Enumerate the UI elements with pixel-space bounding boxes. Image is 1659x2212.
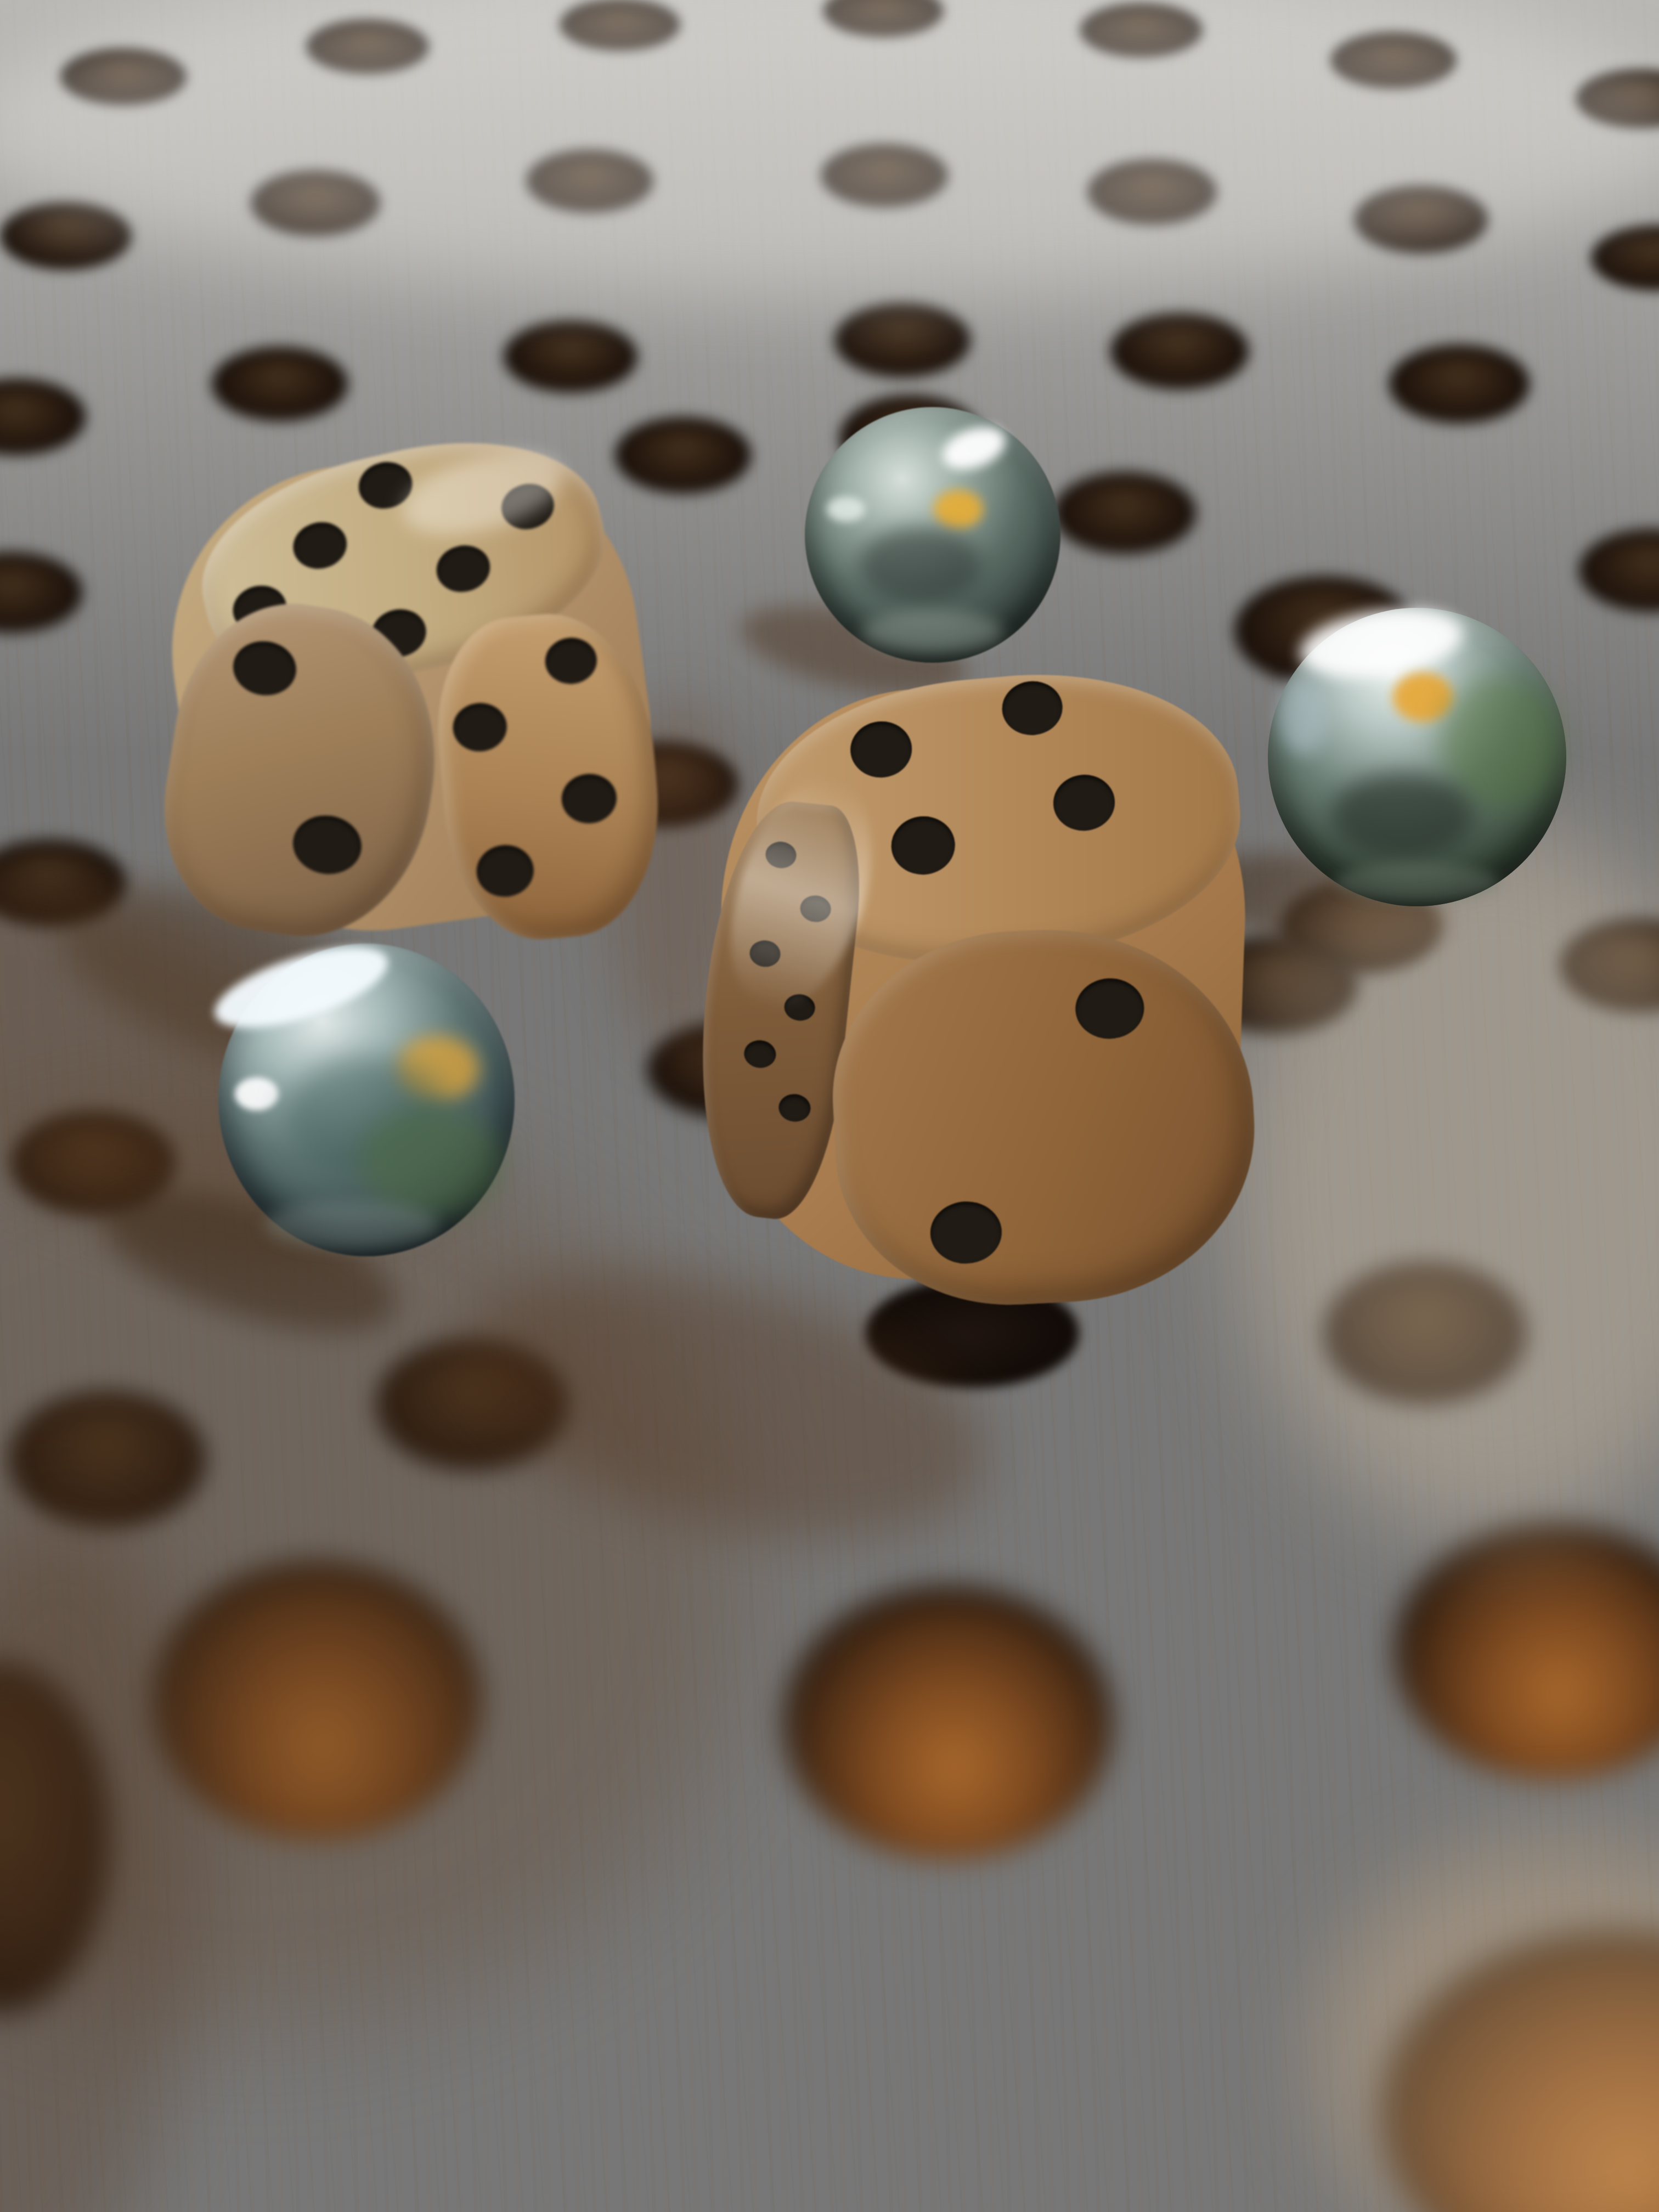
left-die-top-face-6-pip-2 [289,517,351,574]
left-die-left-face-2-pip-2 [289,811,366,879]
right-die-top-face-4-pip-1 [848,719,914,780]
board-hole-19[interactable] [1389,345,1530,424]
board-hole-24[interactable] [1053,472,1196,554]
marble-top-reflection-3 [860,527,980,604]
board-hole-15[interactable] [212,347,348,421]
light-glare-2 [0,0,1659,296]
left-die-left-face-2-pip-1 [229,637,300,700]
marble-right-reflection-4 [1331,773,1474,861]
left-die-right-face-4-pip-3 [560,772,618,826]
marble-top[interactable] [805,407,1060,663]
marble-top-reflection-1 [827,496,865,522]
board-hole-39[interactable] [783,1585,1113,1860]
marble-left[interactable] [218,944,515,1256]
marble-right-reflection-2 [1393,673,1453,722]
right-die-front-face-2-pip-1 [1074,977,1145,1040]
left-die-top-face-6-pip-5 [432,540,494,597]
marble-top-reflection-2 [934,490,983,528]
marble-top-reflection-0 [936,419,1011,477]
left-die-right-face-4-pip-4 [475,843,536,899]
board-hole-18[interactable] [1110,313,1249,390]
right-die-top-face-4-pip-3 [889,814,957,877]
right-die-side-face-6-pip-5 [743,1039,777,1069]
marble-left-reflection-4 [360,1108,503,1217]
marble-right-reflection-5 [1335,863,1499,901]
board-hole-16[interactable] [504,320,637,393]
marble-left-reflection-1 [235,1077,279,1110]
marble-right-reflection-1 [1279,677,1328,754]
right-die-top-face-4-pip-2 [1000,679,1065,737]
right-die-top-face-4-pip-4 [1051,772,1117,833]
left-die[interactable] [165,433,658,955]
left-die-right-face-4-pip-2 [543,635,599,686]
left-die-right-face-4-pip-1 [451,701,509,753]
marble-right-reflection-3 [1440,676,1561,808]
right-die-side-face-6-pip-6 [777,1092,812,1123]
marble-top-reflection-4 [861,610,1004,654]
board-hole-17[interactable] [834,303,970,377]
right-die-front-face-2-pip-2 [929,1200,1003,1266]
marble-right[interactable] [1268,608,1566,906]
marble-left-reflection-5 [264,1200,439,1250]
photo-scene [0,0,1659,2212]
right-die[interactable] [705,672,1259,1317]
